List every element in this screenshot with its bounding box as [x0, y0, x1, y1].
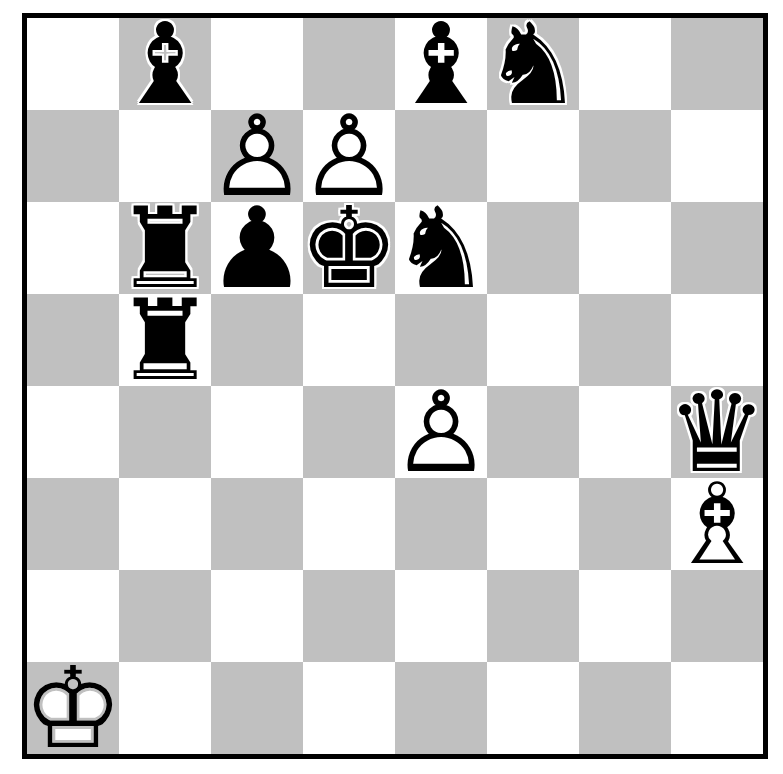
square-h5[interactable]: [671, 294, 763, 386]
square-d4[interactable]: [303, 386, 395, 478]
piece-white-bishop[interactable]: ♝♗: [671, 478, 763, 570]
square-d8[interactable]: [303, 18, 395, 110]
square-c8[interactable]: [211, 18, 303, 110]
square-h6[interactable]: [671, 202, 763, 294]
square-h3[interactable]: ♝♗: [671, 478, 763, 570]
square-b7[interactable]: [119, 110, 211, 202]
white-pawn-icon: ♙: [395, 386, 487, 478]
white-pawn-fill: ♟: [211, 110, 303, 202]
square-c7[interactable]: ♟♙: [211, 110, 303, 202]
white-pawn-icon: ♙: [303, 110, 395, 202]
black-bishop-icon: ♝: [119, 18, 211, 110]
black-king-fill: ♚: [303, 202, 395, 294]
piece-black-bishop[interactable]: ♝♝: [119, 18, 211, 110]
square-b3[interactable]: [119, 478, 211, 570]
square-b6[interactable]: ♜♜: [119, 202, 211, 294]
square-f4[interactable]: [487, 386, 579, 478]
square-h7[interactable]: [671, 110, 763, 202]
square-d1[interactable]: [303, 662, 395, 754]
piece-black-rook[interactable]: ♜♜: [119, 202, 211, 294]
chess-board: ♝♝♝♝♞♞♟♙♟♙♜♜♟♟♚♚♞♞♜♜♟♙♛♛♝♗♚♔: [22, 13, 768, 759]
square-a6[interactable]: [27, 202, 119, 294]
square-a8[interactable]: [27, 18, 119, 110]
white-bishop-icon: ♗: [671, 478, 763, 570]
white-pawn-fill: ♟: [303, 110, 395, 202]
black-knight-icon: ♞: [395, 202, 487, 294]
piece-black-knight[interactable]: ♞♞: [487, 18, 579, 110]
square-f5[interactable]: [487, 294, 579, 386]
square-a1[interactable]: ♚♔: [27, 662, 119, 754]
square-f3[interactable]: [487, 478, 579, 570]
page-background: ♝♝♝♝♞♞♟♙♟♙♜♜♟♟♚♚♞♞♜♜♟♙♛♛♝♗♚♔: [0, 0, 783, 774]
piece-white-king[interactable]: ♚♔: [27, 662, 119, 754]
square-e6[interactable]: ♞♞: [395, 202, 487, 294]
square-c6[interactable]: ♟♟: [211, 202, 303, 294]
square-h8[interactable]: [671, 18, 763, 110]
square-d6[interactable]: ♚♚: [303, 202, 395, 294]
square-e4[interactable]: ♟♙: [395, 386, 487, 478]
square-g2[interactable]: [579, 570, 671, 662]
piece-white-pawn[interactable]: ♟♙: [395, 386, 487, 478]
black-rook-icon: ♜: [119, 202, 211, 294]
square-f2[interactable]: [487, 570, 579, 662]
square-c3[interactable]: [211, 478, 303, 570]
square-b8[interactable]: ♝♝: [119, 18, 211, 110]
piece-white-pawn[interactable]: ♟♙: [303, 110, 395, 202]
square-e3[interactable]: [395, 478, 487, 570]
square-a3[interactable]: [27, 478, 119, 570]
square-g3[interactable]: [579, 478, 671, 570]
square-e7[interactable]: [395, 110, 487, 202]
white-bishop-fill: ♝: [671, 478, 763, 570]
black-knight-fill: ♞: [487, 18, 579, 110]
black-pawn-icon: ♟: [211, 202, 303, 294]
piece-black-king[interactable]: ♚♚: [303, 202, 395, 294]
square-b2[interactable]: [119, 570, 211, 662]
square-h2[interactable]: [671, 570, 763, 662]
square-b5[interactable]: ♜♜: [119, 294, 211, 386]
white-pawn-fill: ♟: [395, 386, 487, 478]
piece-black-bishop[interactable]: ♝♝: [395, 18, 487, 110]
square-b4[interactable]: [119, 386, 211, 478]
square-a5[interactable]: [27, 294, 119, 386]
square-c4[interactable]: [211, 386, 303, 478]
square-a2[interactable]: [27, 570, 119, 662]
square-b1[interactable]: [119, 662, 211, 754]
square-a4[interactable]: [27, 386, 119, 478]
square-d2[interactable]: [303, 570, 395, 662]
black-pawn-fill: ♟: [211, 202, 303, 294]
square-h1[interactable]: [671, 662, 763, 754]
black-queen-fill: ♛: [671, 386, 763, 478]
black-knight-fill: ♞: [395, 202, 487, 294]
square-e8[interactable]: ♝♝: [395, 18, 487, 110]
black-bishop-fill: ♝: [395, 18, 487, 110]
square-a7[interactable]: [27, 110, 119, 202]
black-queen-icon: ♛: [671, 386, 763, 478]
square-e1[interactable]: [395, 662, 487, 754]
square-g5[interactable]: [579, 294, 671, 386]
square-g7[interactable]: [579, 110, 671, 202]
white-king-fill: ♚: [27, 662, 119, 754]
piece-black-queen[interactable]: ♛♛: [671, 386, 763, 478]
square-f8[interactable]: ♞♞: [487, 18, 579, 110]
black-knight-icon: ♞: [487, 18, 579, 110]
square-f6[interactable]: [487, 202, 579, 294]
square-d5[interactable]: [303, 294, 395, 386]
square-g1[interactable]: [579, 662, 671, 754]
square-c1[interactable]: [211, 662, 303, 754]
square-c2[interactable]: [211, 570, 303, 662]
piece-black-pawn[interactable]: ♟♟: [211, 202, 303, 294]
piece-white-pawn[interactable]: ♟♙: [211, 110, 303, 202]
square-f7[interactable]: [487, 110, 579, 202]
black-rook-fill: ♜: [119, 202, 211, 294]
square-e2[interactable]: [395, 570, 487, 662]
square-c5[interactable]: [211, 294, 303, 386]
black-bishop-icon: ♝: [395, 18, 487, 110]
square-h4[interactable]: ♛♛: [671, 386, 763, 478]
piece-black-rook[interactable]: ♜♜: [119, 294, 211, 386]
black-king-icon: ♚: [303, 202, 395, 294]
white-pawn-icon: ♙: [211, 110, 303, 202]
black-rook-icon: ♜: [119, 294, 211, 386]
square-e5[interactable]: [395, 294, 487, 386]
piece-black-knight[interactable]: ♞♞: [395, 202, 487, 294]
white-king-icon: ♔: [27, 662, 119, 754]
black-rook-fill: ♜: [119, 294, 211, 386]
square-f1[interactable]: [487, 662, 579, 754]
square-g6[interactable]: [579, 202, 671, 294]
black-bishop-fill: ♝: [119, 18, 211, 110]
square-g4[interactable]: [579, 386, 671, 478]
square-g8[interactable]: [579, 18, 671, 110]
square-d3[interactable]: [303, 478, 395, 570]
square-d7[interactable]: ♟♙: [303, 110, 395, 202]
